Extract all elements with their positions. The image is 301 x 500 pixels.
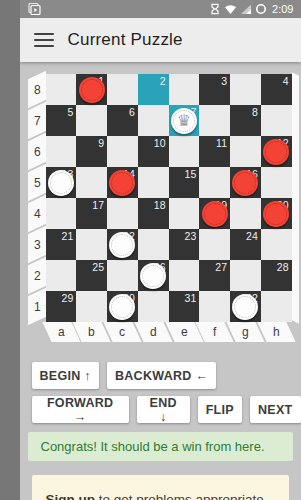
square-number: 17 (92, 199, 104, 211)
app-screen: 2:09 Current Puzzle 812347567♛8691011125… (20, 0, 301, 500)
square-number: 9 (98, 137, 104, 149)
square-number: 28 (277, 261, 289, 273)
square-number: 31 (185, 292, 197, 304)
square-number: 6 (129, 106, 135, 118)
square-21-a3[interactable]: 21 (46, 229, 77, 260)
square-10-d6[interactable]: 10 (138, 136, 169, 167)
square-26-d2[interactable]: 26 (138, 260, 169, 291)
signup-banner: Sign up to get problems appropriate to (32, 475, 289, 500)
square-number: 4 (283, 75, 289, 87)
square-g8[interactable] (230, 74, 261, 105)
square-g4[interactable] (230, 198, 261, 229)
square-22-c3[interactable]: 22 (107, 229, 138, 260)
square-4-h8[interactable]: 4 (261, 74, 292, 105)
flip-button[interactable]: FLIP (198, 396, 242, 423)
square-number: 11 (216, 137, 227, 149)
square-6-c7[interactable]: 6 (107, 105, 138, 136)
square-17-b4[interactable]: 17 (76, 198, 107, 229)
square-f1[interactable] (199, 291, 230, 322)
board-right-edge (292, 72, 299, 323)
status-bar: 2:09 (20, 0, 301, 18)
square-e6[interactable] (169, 136, 200, 167)
square-28-h2[interactable]: 28 (261, 260, 292, 291)
checkers-board: 812347567♛869101112513141516417181920321… (28, 74, 301, 342)
white-piece[interactable] (109, 294, 135, 320)
square-a2[interactable] (46, 260, 77, 291)
square-27-f2[interactable]: 27 (199, 260, 230, 291)
square-30-c1[interactable]: 30 (107, 291, 138, 322)
square-g2[interactable] (230, 260, 261, 291)
end-button[interactable]: END ↓ (137, 396, 190, 423)
forward-button[interactable]: FORWARD → (32, 396, 129, 423)
square-c8[interactable] (107, 74, 138, 105)
square-number: 2 (160, 75, 166, 87)
square-c2[interactable] (107, 260, 138, 291)
square-32-g1[interactable]: 32 (230, 291, 261, 322)
screenshot-icon (27, 2, 42, 16)
nav-controls-row2: FORWARD → END ↓ FLIP NEXT (32, 396, 301, 423)
square-18-d4[interactable]: 18 (138, 198, 169, 229)
congrats-message: Congrats! It should be a win from here. (28, 432, 293, 461)
square-number: 8 (252, 106, 258, 118)
square-13-a5[interactable]: 13 (46, 167, 77, 198)
red-piece[interactable] (263, 201, 289, 227)
square-9-b6[interactable]: 9 (76, 136, 107, 167)
rank-label-1: 1 (28, 288, 46, 325)
square-h7[interactable] (261, 105, 292, 136)
square-24-g3[interactable]: 24 (230, 229, 261, 260)
square-8-g7[interactable]: 8 (230, 105, 261, 136)
nav-controls-row1: BEGIN ↑ BACKWARD ← (32, 362, 301, 389)
red-piece[interactable] (79, 77, 105, 103)
square-c6[interactable] (107, 136, 138, 167)
square-e4[interactable] (169, 198, 200, 229)
square-25-b2[interactable]: 25 (76, 260, 107, 291)
square-b3[interactable] (76, 229, 107, 260)
square-d1[interactable] (138, 291, 169, 322)
square-number: 5 (67, 106, 73, 118)
square-number: 21 (62, 230, 74, 242)
red-piece[interactable] (232, 170, 258, 196)
status-time: 2:09 (272, 3, 293, 15)
square-number: 3 (221, 75, 227, 87)
king-crown-icon: ♛ (177, 113, 191, 129)
square-f3[interactable] (199, 229, 230, 260)
square-23-e3[interactable]: 23 (169, 229, 200, 260)
red-piece[interactable] (202, 201, 228, 227)
square-f5[interactable] (199, 167, 230, 198)
page-title: Current Puzzle (68, 30, 183, 50)
square-number: 23 (185, 230, 197, 242)
begin-button[interactable]: BEGIN ↑ (32, 362, 99, 389)
square-number: 24 (246, 230, 258, 242)
square-29-a1[interactable]: 29 (46, 291, 77, 322)
square-number: 18 (154, 199, 166, 211)
square-d5[interactable] (138, 167, 169, 198)
status-right-icons: 2:09 (209, 3, 293, 15)
signup-link[interactable]: Sign up (46, 492, 96, 500)
square-b5[interactable] (76, 167, 107, 198)
square-number: 15 (185, 168, 197, 180)
square-12-h6[interactable]: 12 (261, 136, 292, 167)
square-e2[interactable] (169, 260, 200, 291)
square-d3[interactable] (138, 229, 169, 260)
square-20-h4[interactable]: 20 (261, 198, 292, 229)
square-1-b8[interactable]: 1 (76, 74, 107, 105)
square-c4[interactable] (107, 198, 138, 229)
square-d7[interactable] (138, 105, 169, 136)
app-toolbar: Current Puzzle (20, 18, 301, 62)
square-5-a7[interactable]: 5 (46, 105, 77, 136)
square-a8[interactable] (46, 74, 77, 105)
square-16-g5[interactable]: 16 (230, 167, 261, 198)
square-14-c5[interactable]: 14 (107, 167, 138, 198)
square-number: 29 (62, 292, 74, 304)
square-g6[interactable] (230, 136, 261, 167)
status-left-icons (27, 2, 42, 16)
backward-button[interactable]: BACKWARD ← (107, 362, 216, 389)
square-b7[interactable] (76, 105, 107, 136)
white-piece[interactable] (140, 263, 166, 289)
square-number: 25 (92, 261, 104, 273)
red-piece[interactable] (263, 139, 289, 165)
square-11-f6[interactable]: 11 (199, 136, 230, 167)
white-king-piece[interactable]: ♛ (171, 108, 197, 134)
square-15-e5[interactable]: 15 (169, 167, 200, 198)
white-piece[interactable] (232, 294, 258, 320)
battery-circle-icon (255, 3, 267, 15)
wifi-icon (224, 3, 237, 15)
square-e8[interactable] (169, 74, 200, 105)
hourglass-icon (209, 3, 221, 15)
next-button[interactable]: NEXT (250, 396, 301, 423)
square-2-d8[interactable]: 2 (138, 74, 169, 105)
square-a4[interactable] (46, 198, 77, 229)
square-31-e1[interactable]: 31 (169, 291, 200, 322)
square-19-f4[interactable]: 19 (199, 198, 230, 229)
square-f7[interactable] (199, 105, 230, 136)
red-piece[interactable] (109, 170, 135, 196)
square-number: 27 (215, 261, 227, 273)
square-3-f8[interactable]: 3 (199, 74, 230, 105)
square-h5[interactable] (261, 167, 292, 198)
white-piece[interactable] (109, 232, 135, 258)
white-piece[interactable] (48, 170, 74, 196)
square-number: 10 (154, 137, 166, 149)
square-h3[interactable] (261, 229, 292, 260)
square-b1[interactable] (76, 291, 107, 322)
square-7-e7[interactable]: 7♛ (169, 105, 200, 136)
hamburger-menu-icon[interactable] (34, 33, 54, 47)
square-a6[interactable] (46, 136, 77, 167)
square-h1[interactable] (261, 291, 292, 322)
signal-icon (240, 3, 252, 15)
